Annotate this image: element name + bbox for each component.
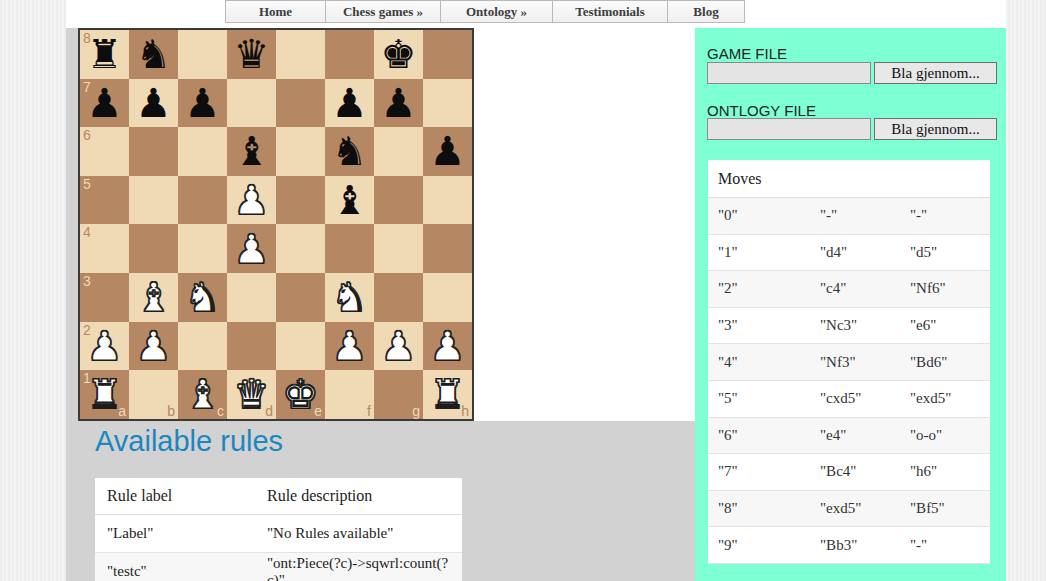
move-cell: "5" [708, 390, 810, 407]
black-piece-n-f6: ♞ [332, 131, 368, 171]
square-h2: ♟ [423, 322, 472, 371]
square-g8: ♚ [374, 30, 423, 79]
moves-row-9: "9""Bb3""-" [708, 527, 990, 564]
square-d4: ♟ [227, 224, 276, 273]
move-cell: "exd5" [810, 500, 900, 517]
black-piece-b-d6: ♝ [234, 131, 270, 171]
square-b6 [129, 127, 178, 176]
square-g6 [374, 127, 423, 176]
square-d6: ♝ [227, 127, 276, 176]
square-a3: 3 [80, 273, 129, 322]
ontology-file-input-row: Bla gjennom... [707, 118, 997, 140]
square-b7: ♟ [129, 79, 178, 128]
square-f4 [325, 224, 374, 273]
move-cell: "Nc3" [810, 317, 900, 334]
square-h5 [423, 176, 472, 225]
square-h1: ♜h [423, 370, 472, 419]
available-rules-heading: Available rules [95, 425, 283, 458]
square-a1: ♜1a [80, 370, 129, 419]
square-e4 [276, 224, 325, 273]
moves-row-8: "8""exd5""Bf5" [708, 491, 990, 528]
square-f6: ♞ [325, 127, 374, 176]
moves-row-1: "1""d4""d5" [708, 235, 990, 272]
rule-cell: "testc" [95, 563, 255, 580]
moves-table-title: Moves [708, 160, 990, 198]
move-cell: "6" [708, 427, 810, 444]
move-cell: "e4" [810, 427, 900, 444]
rules-row-1: "testc""ont:Piece(?c)->sqwrl:count(?c)" [95, 553, 462, 581]
square-d1: ♛d [227, 370, 276, 419]
move-cell: "o-o" [900, 427, 990, 444]
square-f8 [325, 30, 374, 79]
square-g7: ♟ [374, 79, 423, 128]
moves-row-6: "6""e4""o-o" [708, 418, 990, 455]
nav-tab-blog[interactable]: Blog [668, 0, 745, 23]
move-cell: "-" [810, 207, 900, 224]
rule-cell: "Label" [95, 525, 255, 542]
rank-label-7: 7 [83, 79, 91, 95]
nav-tab-chess-games--[interactable]: Chess games » [326, 0, 441, 23]
square-c6 [178, 127, 227, 176]
white-piece-p-h2: ♟ [430, 326, 466, 366]
square-d3 [227, 273, 276, 322]
white-piece-r-h1: ♜ [430, 374, 466, 414]
square-c4 [178, 224, 227, 273]
move-cell: "4" [708, 354, 810, 371]
square-b5 [129, 176, 178, 225]
black-piece-r-a8: ♜ [87, 34, 123, 74]
moves-row-3: "3""Nc3""e6" [708, 308, 990, 345]
square-c5 [178, 176, 227, 225]
move-cell: "d4" [810, 244, 900, 261]
black-piece-p-f7: ♟ [332, 83, 368, 123]
square-e3 [276, 273, 325, 322]
white-piece-p-d5: ♟ [234, 180, 270, 220]
square-b1: b [129, 370, 178, 419]
moves-row-7: "7""Bc4""h6" [708, 454, 990, 491]
move-cell: "-" [900, 207, 990, 224]
nav-tab-testimonials[interactable]: Testimonials [553, 0, 668, 23]
ontology-file-browse-button[interactable]: Bla gjennom... [874, 118, 997, 140]
black-piece-b-f5: ♝ [332, 180, 368, 220]
white-piece-q-d1: ♛ [234, 374, 270, 414]
square-h7 [423, 79, 472, 128]
black-piece-p-b7: ♟ [136, 83, 172, 123]
square-c7: ♟ [178, 79, 227, 128]
black-piece-p-g7: ♟ [381, 83, 417, 123]
moves-row-4: "4""Nf3""Bd6" [708, 344, 990, 381]
white-piece-r-a1: ♜ [87, 374, 123, 414]
game-file-browse-button[interactable]: Bla gjennom... [874, 62, 997, 84]
move-cell: "0" [708, 207, 810, 224]
rules-col-label: Rule label [95, 487, 255, 505]
black-piece-p-c7: ♟ [185, 83, 221, 123]
black-piece-p-h6: ♟ [430, 131, 466, 171]
move-cell: "d5" [900, 244, 990, 261]
move-cell: "2" [708, 280, 810, 297]
square-b4 [129, 224, 178, 273]
move-cell: "exd5" [900, 390, 990, 407]
ontology-file-field[interactable] [707, 118, 871, 140]
square-d5: ♟ [227, 176, 276, 225]
move-cell: "-" [900, 537, 990, 554]
square-h8 [423, 30, 472, 79]
square-g2: ♟ [374, 322, 423, 371]
white-piece-b-c1: ♝ [185, 374, 221, 414]
square-c3: ♞ [178, 273, 227, 322]
square-f7: ♟ [325, 79, 374, 128]
black-piece-n-b8: ♞ [136, 34, 172, 74]
move-cell: "3" [708, 317, 810, 334]
game-file-label: GAME FILE [707, 45, 787, 62]
square-a5: 5 [80, 176, 129, 225]
rank-label-4: 4 [83, 224, 91, 240]
move-cell: "Nf3" [810, 354, 900, 371]
page: HomeChess games »Ontology »TestimonialsB… [0, 0, 1046, 581]
moves-row-5: "5""cxd5""exd5" [708, 381, 990, 418]
rule-cell: "No Rules available" [255, 525, 462, 542]
white-piece-p-g2: ♟ [381, 326, 417, 366]
square-b2: ♟ [129, 322, 178, 371]
file-label-h: h [461, 403, 469, 419]
square-g1: g [374, 370, 423, 419]
move-cell: "Bd6" [900, 354, 990, 371]
square-a8: ♜8 [80, 30, 129, 79]
square-e8 [276, 30, 325, 79]
move-cell: "1" [708, 244, 810, 261]
square-d8: ♛ [227, 30, 276, 79]
square-c1: ♝c [178, 370, 227, 419]
white-piece-p-a2: ♟ [87, 326, 123, 366]
move-cell: "cxd5" [810, 390, 900, 407]
rules-row-0: "Label""No Rules available" [95, 515, 462, 553]
file-label-a: a [118, 403, 126, 419]
rules-table-header: Rule label Rule description [95, 478, 462, 515]
square-c2 [178, 322, 227, 371]
square-f5: ♝ [325, 176, 374, 225]
left-gray-gutter [66, 28, 78, 421]
square-h6: ♟ [423, 127, 472, 176]
rank-label-5: 5 [83, 176, 91, 192]
nav-tab-ontology--[interactable]: Ontology » [441, 0, 553, 23]
square-f3: ♞ [325, 273, 374, 322]
black-piece-k-g8: ♚ [381, 34, 417, 74]
nav-tab-home[interactable]: Home [225, 0, 326, 23]
rules-table: Rule label Rule description "Label""No R… [95, 478, 462, 581]
rules-col-description: Rule description [255, 487, 462, 505]
move-cell: "e6" [900, 317, 990, 334]
move-cell: "Bf5" [900, 500, 990, 517]
square-a6: 6 [80, 127, 129, 176]
black-piece-p-a7: ♟ [87, 83, 123, 123]
square-g5 [374, 176, 423, 225]
square-e2 [276, 322, 325, 371]
chess-board: ♜8♞♛♚♟7♟♟♟♟6♝♞♟5♟♝4♟3♝♞♞♟2♟♟♟♟♜1ab♝c♛d♚e… [78, 28, 474, 421]
move-cell: "c4" [810, 280, 900, 297]
moves-row-2: "2""c4""Nf6" [708, 271, 990, 308]
white-piece-p-b2: ♟ [136, 326, 172, 366]
square-h3 [423, 273, 472, 322]
move-cell: "h6" [900, 463, 990, 480]
file-label-f: f [367, 403, 371, 419]
rank-label-1: 1 [83, 370, 91, 386]
rank-label-6: 6 [83, 127, 91, 143]
square-d7 [227, 79, 276, 128]
move-cell: "Nf6" [900, 280, 990, 297]
move-cell: "9" [708, 537, 810, 554]
square-e6 [276, 127, 325, 176]
ontology-file-label: ONTLOGY FILE [707, 102, 816, 119]
square-a4: 4 [80, 224, 129, 273]
rule-cell: "ont:Piece(?c)->sqwrl:count(?c)" [255, 555, 462, 581]
move-cell: "7" [708, 463, 810, 480]
file-label-g: g [412, 403, 420, 419]
white-piece-n-f3: ♞ [332, 277, 368, 317]
square-f2: ♟ [325, 322, 374, 371]
game-file-input-row: Bla gjennom... [707, 62, 997, 84]
white-piece-k-e1: ♚ [283, 374, 319, 414]
square-h4 [423, 224, 472, 273]
file-label-e: e [314, 403, 322, 419]
square-a2: ♟2 [80, 322, 129, 371]
upload-panel: GAME FILE Bla gjennom... ONTLOGY FILE Bl… [695, 28, 1006, 581]
rank-label-8: 8 [83, 30, 91, 46]
move-cell: "Bb3" [810, 537, 900, 554]
square-b3: ♝ [129, 273, 178, 322]
white-piece-p-f2: ♟ [332, 326, 368, 366]
move-cell: "Bc4" [810, 463, 900, 480]
square-d2 [227, 322, 276, 371]
square-c8 [178, 30, 227, 79]
move-cell: "8" [708, 500, 810, 517]
rank-label-3: 3 [83, 273, 91, 289]
square-g4 [374, 224, 423, 273]
game-file-field[interactable] [707, 62, 871, 84]
square-g3 [374, 273, 423, 322]
square-b8: ♞ [129, 30, 178, 79]
white-piece-b-b3: ♝ [136, 277, 172, 317]
moves-row-0: "0""-""-" [708, 198, 990, 235]
file-label-b: b [167, 403, 175, 419]
main-nav: HomeChess games »Ontology »TestimonialsB… [225, 0, 745, 23]
white-piece-p-d4: ♟ [234, 229, 270, 269]
file-label-d: d [265, 403, 273, 419]
file-label-c: c [217, 403, 224, 419]
square-f1: f [325, 370, 374, 419]
white-piece-n-c3: ♞ [185, 277, 221, 317]
rank-label-2: 2 [83, 322, 91, 338]
square-e7 [276, 79, 325, 128]
square-a7: ♟7 [80, 79, 129, 128]
square-e1: ♚e [276, 370, 325, 419]
black-piece-q-d8: ♛ [234, 34, 270, 74]
moves-table: Moves "0""-""-""1""d4""d5""2""c4""Nf6""3… [708, 160, 990, 564]
square-e5 [276, 176, 325, 225]
